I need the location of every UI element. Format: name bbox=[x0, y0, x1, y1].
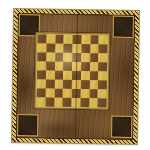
board-cell bbox=[37, 43, 46, 52]
board-cell bbox=[99, 44, 108, 53]
board-cell bbox=[98, 53, 107, 62]
board-cell bbox=[45, 98, 54, 107]
board-cell bbox=[90, 53, 99, 62]
board-cell bbox=[46, 80, 55, 89]
board-cell bbox=[46, 71, 55, 80]
board-cell bbox=[55, 62, 64, 71]
board-cell bbox=[99, 35, 108, 44]
board-cell bbox=[54, 71, 63, 80]
board-cell bbox=[81, 35, 90, 44]
board-cell bbox=[37, 79, 46, 88]
board-cell bbox=[46, 53, 55, 62]
board-cell bbox=[89, 98, 98, 107]
board-cell bbox=[81, 80, 90, 89]
board-cell bbox=[90, 44, 99, 53]
board-cell bbox=[98, 71, 107, 80]
board-cell bbox=[63, 71, 72, 80]
chessboard bbox=[11, 8, 140, 145]
board-cell bbox=[37, 88, 46, 97]
board-cell bbox=[46, 35, 55, 44]
board-cell bbox=[90, 62, 99, 71]
board-cell bbox=[54, 80, 63, 89]
board-cell bbox=[89, 80, 98, 89]
board-cell bbox=[45, 89, 54, 98]
board-cell bbox=[54, 89, 63, 98]
board-cell bbox=[81, 71, 90, 80]
board-cell bbox=[63, 80, 72, 89]
board-cell bbox=[55, 44, 64, 53]
photo-background bbox=[0, 0, 150, 150]
corner-inlay-bottom-left bbox=[17, 114, 38, 136]
board-cell bbox=[37, 52, 46, 61]
board-cell bbox=[81, 44, 90, 53]
board-cell bbox=[38, 34, 47, 43]
corner-inlay-top-right bbox=[113, 16, 134, 38]
mosaic-trim-border bbox=[12, 9, 139, 144]
board-cell bbox=[80, 89, 89, 98]
board-cell bbox=[89, 89, 98, 98]
corner-inlay-bottom-right bbox=[111, 116, 132, 138]
board-cell bbox=[37, 97, 46, 106]
board-cell bbox=[63, 89, 72, 98]
board-cell bbox=[64, 35, 73, 44]
board-cell bbox=[46, 62, 55, 71]
board-cell bbox=[80, 98, 89, 107]
board-cell bbox=[63, 53, 72, 62]
board-cell bbox=[63, 98, 72, 107]
board-cell bbox=[63, 62, 72, 71]
board-cell bbox=[89, 71, 98, 80]
board-cell bbox=[90, 35, 99, 44]
board-cell bbox=[98, 89, 107, 98]
board-cell bbox=[46, 44, 55, 53]
board-cell bbox=[81, 53, 90, 62]
walnut-field bbox=[16, 13, 135, 140]
board-cell bbox=[37, 70, 46, 79]
board-grid bbox=[37, 34, 108, 107]
board-cell bbox=[64, 44, 73, 53]
board-cell bbox=[37, 61, 46, 70]
board-cell bbox=[55, 53, 64, 62]
board-cell bbox=[54, 98, 63, 107]
board-cell bbox=[98, 62, 107, 71]
board-cell bbox=[55, 35, 64, 44]
board-cell bbox=[98, 80, 107, 89]
board-frame bbox=[34, 32, 109, 109]
board-cell bbox=[98, 98, 107, 107]
board-cell bbox=[81, 62, 90, 71]
